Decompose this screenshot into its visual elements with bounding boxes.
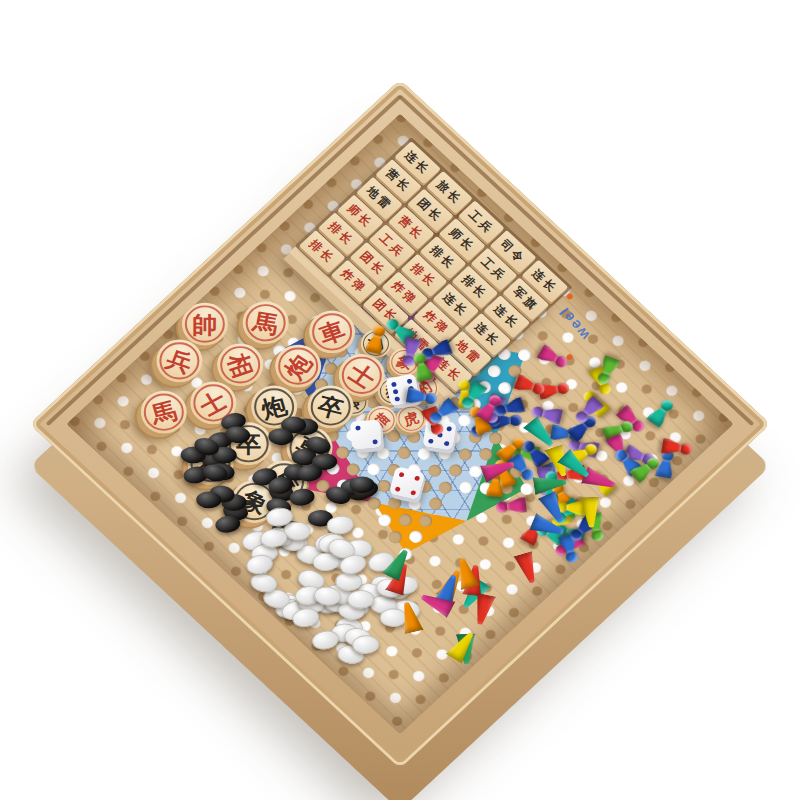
piece-character: 帥 xyxy=(192,312,217,335)
white-stone[interactable] xyxy=(347,590,374,609)
die-pip xyxy=(406,378,412,384)
piece-character: 炮 xyxy=(259,393,290,421)
piece-character: 馬 xyxy=(149,398,180,426)
piece-character: 炮 xyxy=(281,350,316,382)
product-photo: weel 连长旅长工兵司令连长营长团长师长工兵军旗地雷营长排长排长连长师长工兵排… xyxy=(0,0,800,800)
white-stone[interactable] xyxy=(352,634,380,654)
piece-character: 士 xyxy=(344,359,379,391)
ludo-peg[interactable] xyxy=(646,396,677,427)
die-pip xyxy=(355,425,360,430)
printed-dot xyxy=(565,292,573,300)
cone-pawn[interactable] xyxy=(445,628,480,664)
die-showing-2[interactable] xyxy=(350,420,382,450)
die-pip xyxy=(410,489,416,495)
die-pip xyxy=(443,440,449,445)
cone-pawn[interactable] xyxy=(513,551,542,586)
die-pip xyxy=(394,486,400,492)
die-pip xyxy=(446,426,452,431)
piece-character: 卒 xyxy=(315,393,346,421)
xiangqi-piece[interactable]: 馬 xyxy=(131,382,196,443)
piece-character: 兵 xyxy=(163,346,195,376)
die-pip xyxy=(414,475,420,481)
piece-character: 士 xyxy=(196,387,230,419)
die-pip xyxy=(398,471,404,477)
piece-character: 虎 xyxy=(402,410,421,428)
black-stone[interactable] xyxy=(196,491,222,509)
die-pip xyxy=(372,439,377,444)
piece-character: 車 xyxy=(316,317,348,347)
die-pip xyxy=(392,389,398,395)
die-pip xyxy=(390,381,396,387)
piece-character: 相 xyxy=(224,350,256,380)
white-stone[interactable] xyxy=(380,608,407,627)
printed-text: weel xyxy=(555,304,593,343)
die-pip xyxy=(394,396,400,402)
die-pip xyxy=(428,438,434,443)
game-box: weel 连长旅长工兵司令连长营长团长师长工兵军旗地雷营长排长排长连长师长工兵排… xyxy=(29,79,770,768)
ludo-peg[interactable] xyxy=(594,355,620,386)
piece-character: 馬 xyxy=(251,309,280,336)
storage-tray: weel 连长旅长工兵司令连长营长团长师长工兵军旗地雷营长排长排长连长师长工兵排… xyxy=(66,114,734,735)
ludo-peg[interactable] xyxy=(495,497,527,515)
